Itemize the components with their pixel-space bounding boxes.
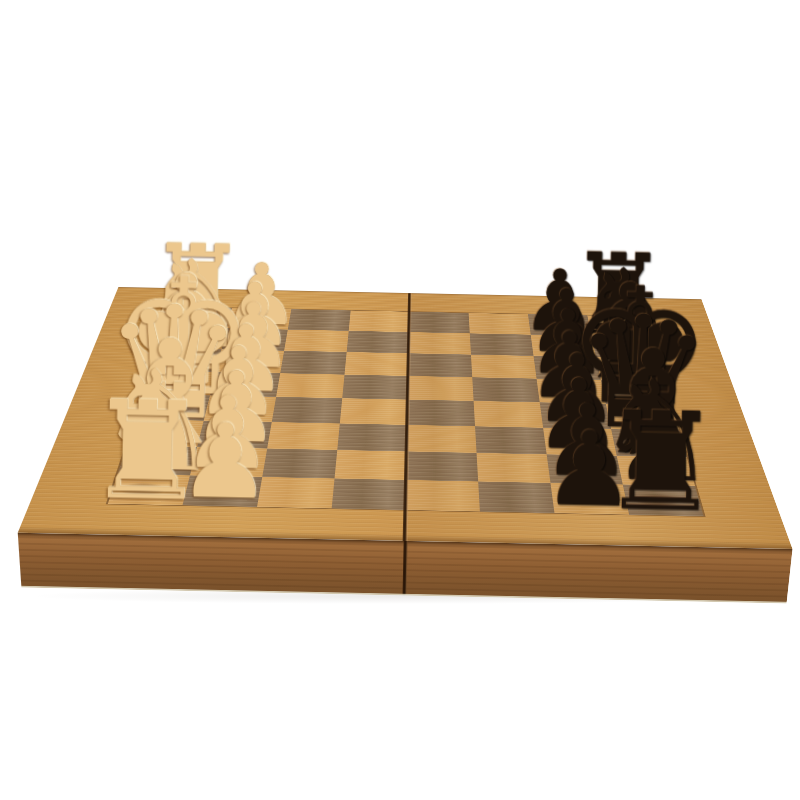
board-square-c7r1[interactable] [592,336,659,359]
board-square-c4r6[interactable] [406,451,478,481]
piece-shadow [208,428,255,441]
board-square-c5r2[interactable] [471,355,536,379]
board-oak-border [18,287,793,549]
board-square-c2r5[interactable] [267,422,340,450]
board-square-c1r7[interactable] [182,475,262,507]
black-pawn-glyph: ♟ [433,415,744,524]
board-square-c1r6[interactable] [190,447,267,477]
white-pawn-glyph: ♟ [134,250,389,340]
board-square-c2r6[interactable] [262,449,337,479]
white-knight-glyph: ♞ [13,240,376,368]
board-square-c3r4[interactable] [339,398,407,425]
piece-shadow [211,403,257,415]
white-rook-glyph: ♜ [30,227,365,345]
board-square-c7r4[interactable] [606,404,679,431]
piece-shadow [149,352,214,368]
white-queen-glyph: ♛ [0,281,408,446]
board-square-c0r3[interactable] [144,370,216,395]
board-square-c7r5[interactable] [611,429,687,457]
board-square-c1r2[interactable] [216,349,284,373]
white-bishop-glyph: ♝ [0,253,385,393]
piece-shadow [129,424,200,443]
piece-shadow [560,491,610,506]
board-square-c2r2[interactable] [280,351,346,375]
board-square-c4r5[interactable] [407,425,477,453]
board-square-c3r6[interactable] [334,450,407,480]
board-square-c4r7[interactable] [406,480,480,512]
piece-shadow [199,455,248,469]
board-square-c6r0[interactable] [528,314,592,336]
piece-shadow [559,463,607,477]
white-king-glyph: ♚ [0,252,426,423]
fold-seam-front [402,541,407,596]
black-queen-glyph: ♛ [408,291,800,456]
piece-shadow [593,340,652,354]
board-square-c5r7[interactable] [479,481,555,513]
board-square-c7r3[interactable] [601,380,672,405]
board-square-c0r4[interactable] [136,394,210,420]
board-square-c3r7[interactable] [331,478,406,510]
board-right-half-tint [405,293,792,549]
piece-shadow [237,314,278,324]
white-pawn-glyph: ♟ [124,269,386,361]
board-square-c0r1[interactable] [159,327,227,349]
board-square-c0r2[interactable] [152,348,222,372]
black-pawn-glyph: ♟ [432,363,725,466]
board-square-c2r1[interactable] [284,329,349,352]
piece-shadow [161,331,220,345]
chess-set-photo: ♜♞♝♚♛♝♞♜♟♟♟♟♟♟♟♟♟♟♟♟♟♟♟♟♜♞♝♚♛♝♞♜ [0,0,800,800]
board-square-c6r1[interactable] [531,335,596,358]
board-square-c4r0[interactable] [409,312,470,334]
board-square-c0r0[interactable] [166,307,232,328]
board-square-c5r6[interactable] [477,453,551,483]
piece-shadow [623,491,690,510]
white-pawn-glyph: ♟ [77,381,379,487]
checkerboard [108,307,704,516]
board-square-c0r5[interactable] [127,419,204,447]
piece-shadow [130,397,207,417]
white-pawn-glyph: ♟ [96,332,380,432]
piece-shadow [543,385,587,397]
board-square-c1r4[interactable] [204,395,276,421]
white-pawn-glyph: ♟ [108,310,384,407]
piece-shadow [166,311,221,324]
board-square-c2r3[interactable] [276,373,344,398]
board-square-c7r6[interactable] [617,456,695,486]
pieces-layer: ♜♞♝♚♛♝♞♜♟♟♟♟♟♟♟♟♟♟♟♟♟♟♟♟♜♞♝♚♛♝♞♜ [108,307,704,516]
piece-shadow [600,407,676,427]
piece-shadow [536,320,576,330]
board-square-c6r6[interactable] [547,454,623,484]
board-square-c2r4[interactable] [272,397,342,424]
piece-shadow [195,484,245,498]
black-pawn-glyph: ♟ [433,296,702,391]
board-square-c3r1[interactable] [346,331,409,354]
board-square-c1r0[interactable] [227,308,291,329]
piece-shadow [138,373,217,393]
black-knight-glyph: ♞ [447,358,800,505]
black-bishop-glyph: ♝ [430,262,800,402]
board-square-c4r2[interactable] [408,353,472,377]
board-square-c5r4[interactable] [474,401,543,428]
chess-board: ♜♞♝♚♛♝♞♜♟♟♟♟♟♟♟♟♟♟♟♟♟♟♟♟♜♞♝♚♛♝♞♜ [18,287,793,549]
board-square-c4r1[interactable] [409,332,471,355]
black-pawn-glyph: ♟ [436,388,738,494]
board-square-c6r2[interactable] [534,356,601,380]
board-square-c3r2[interactable] [344,352,409,376]
board-square-c3r0[interactable] [348,311,409,332]
white-rook-glyph: ♜ [0,379,352,523]
black-pawn-glyph: ♟ [431,317,707,414]
black-knight-glyph: ♞ [445,249,800,377]
board-square-c0r6[interactable] [118,446,197,476]
board-square-c1r5[interactable] [197,420,272,448]
black-pawn-glyph: ♟ [434,339,718,439]
board-square-c7r7[interactable] [623,484,704,516]
white-knight-glyph: ♞ [0,348,368,495]
white-pawn-glyph: ♟ [70,407,381,516]
black-king-glyph: ♚ [396,262,800,433]
piece-shadow [551,435,598,448]
board-square-c1r1[interactable] [221,328,287,351]
board-square-c1r3[interactable] [210,372,280,397]
board-square-c6r4[interactable] [540,402,611,429]
board-square-c6r5[interactable] [543,428,617,456]
piece-shadow [543,362,586,373]
piece-shadow [618,461,686,480]
board-square-c5r5[interactable] [475,426,547,454]
board-square-c6r7[interactable] [551,483,630,515]
white-bishop-glyph: ♝ [0,316,386,469]
piece-shadow [119,451,188,470]
piece-shadow [596,382,675,402]
board-square-c3r3[interactable] [342,374,408,399]
board-square-c0r7[interactable] [108,474,190,506]
board-square-c5r1[interactable] [470,333,534,356]
piece-shadow [594,361,658,377]
piece-shadow [550,410,595,422]
black-bishop-glyph: ♝ [435,327,800,480]
black-pawn-glyph: ♟ [435,276,697,368]
black-pawn-glyph: ♟ [432,256,687,346]
piece-shadow [228,356,271,367]
board-square-c6r3[interactable] [537,379,606,404]
board-square-c5r3[interactable] [473,377,540,402]
piece-shadow [542,341,583,351]
board-square-c4r4[interactable] [407,400,475,427]
board-square-c2r0[interactable] [288,309,351,330]
piece-shadow [220,379,264,390]
white-pawn-glyph: ♟ [119,289,388,384]
piece-shadow [613,434,683,453]
white-pawn-glyph: ♟ [90,356,383,459]
board-square-c3r5[interactable] [337,423,408,451]
board-square-c7r0[interactable] [587,315,652,337]
fold-seam-top [403,293,412,541]
black-rook-glyph: ♜ [456,390,800,534]
board-square-c7r2[interactable] [596,357,665,381]
piece-shadow [587,320,641,333]
board-square-c4r3[interactable] [408,376,474,401]
camera-tilt: ♜♞♝♚♛♝♞♜♟♟♟♟♟♟♟♟♟♟♟♟♟♟♟♟♜♞♝♚♛♝♞♜ [0,0,800,800]
board-square-c5r0[interactable] [469,313,531,335]
scene: ♜♞♝♚♛♝♞♜♟♟♟♟♟♟♟♟♟♟♟♟♟♟♟♟♜♞♝♚♛♝♞♜ [0,0,800,800]
piece-shadow [230,334,272,344]
board-square-c2r7[interactable] [257,477,334,509]
piece-shadow [108,480,176,499]
